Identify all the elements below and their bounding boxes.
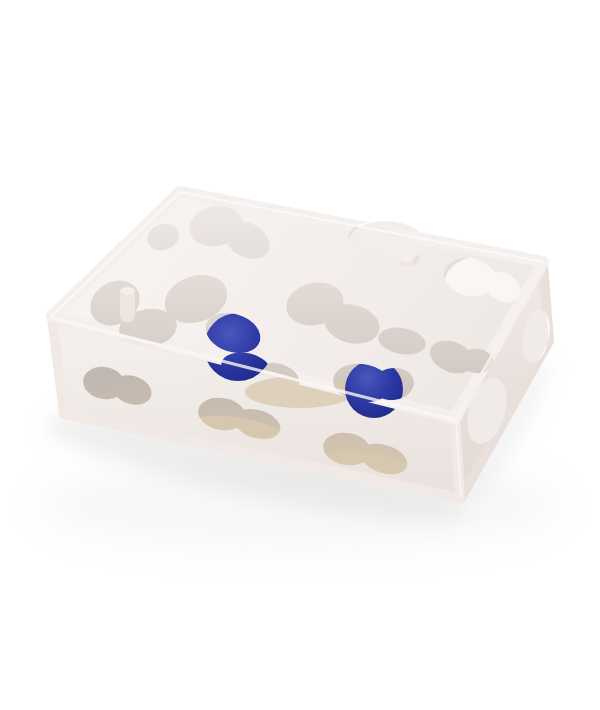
product-photo-canvas: [0, 0, 600, 710]
product-photo: [0, 0, 600, 710]
